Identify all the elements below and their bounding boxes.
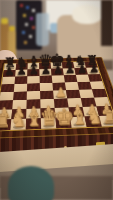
piece-black-pawn-a7[interactable]: ♟ xyxy=(4,65,15,77)
square-h5[interactable] xyxy=(90,81,105,89)
piece-white-pawn-e4[interactable]: ♟ xyxy=(55,86,67,99)
square-d7[interactable]: ♟ xyxy=(39,69,51,76)
square-h7[interactable]: ♟ xyxy=(86,68,100,75)
piece-white-knight-g1[interactable]: ♞ xyxy=(86,109,102,127)
piece-black-pawn-g7[interactable]: ♟ xyxy=(77,63,87,74)
piece-black-pawn-b7[interactable]: ♟ xyxy=(16,65,26,77)
piece-black-pawn-e7[interactable]: ♟ xyxy=(52,64,62,75)
square-g7[interactable]: ♟ xyxy=(74,68,87,75)
square-a7[interactable]: ♟ xyxy=(3,70,16,77)
piece-white-bishop-f1[interactable]: ♝ xyxy=(70,108,87,127)
chess-board: ♜♞♝♛♚♝♞♜♟♟♟♟♟♟♟♟♟♟♟♟♟♟♟♟♜♞♝♛♚♝♞♜ xyxy=(0,57,113,137)
photo-chess-scene: ♜♞♝♛♚♝♞♜♟♟♟♟♟♟♟♟♟♟♟♟♟♟♟♟♜♞♝♛♚♝♞♜ xyxy=(0,0,113,200)
square-f7[interactable]: ♟ xyxy=(63,68,76,75)
square-a4[interactable] xyxy=(0,92,14,101)
square-e4[interactable]: ♟ xyxy=(53,90,67,99)
square-c4[interactable] xyxy=(27,91,41,100)
board-grid: ♜♞♝♛♚♝♞♜♟♟♟♟♟♟♟♟♟♟♟♟♟♟♟♟♜♞♝♛♚♝♞♜ xyxy=(0,61,113,130)
square-d4[interactable] xyxy=(40,91,54,100)
square-e7[interactable]: ♟ xyxy=(51,69,64,76)
square-g1[interactable]: ♞ xyxy=(85,116,102,127)
square-c5[interactable] xyxy=(27,83,40,91)
piece-white-rook-a1[interactable]: ♜ xyxy=(0,112,11,130)
square-f1[interactable]: ♝ xyxy=(70,117,87,128)
piece-black-pawn-f7[interactable]: ♟ xyxy=(64,64,74,75)
teal-chair xyxy=(8,166,54,200)
square-e1[interactable]: ♚ xyxy=(55,117,71,128)
square-b1[interactable]: ♞ xyxy=(10,119,26,130)
piece-black-pawn-d7[interactable]: ♟ xyxy=(40,64,50,76)
piece-black-pawn-c7[interactable]: ♟ xyxy=(28,65,38,77)
square-h1[interactable]: ♜ xyxy=(99,116,113,127)
piece-white-rook-h1[interactable]: ♜ xyxy=(101,108,113,126)
board-frame: ♜♞♝♛♚♝♞♜♟♟♟♟♟♟♟♟♟♟♟♟♟♟♟♟♜♞♝♛♚♝♞♜ xyxy=(0,57,113,139)
piece-black-pawn-h7[interactable]: ♟ xyxy=(89,63,99,74)
square-b4[interactable] xyxy=(13,91,27,100)
square-b7[interactable]: ♟ xyxy=(15,70,27,77)
piece-white-knight-b1[interactable]: ♞ xyxy=(10,112,27,130)
square-d5[interactable] xyxy=(40,83,53,91)
square-c7[interactable]: ♟ xyxy=(27,69,39,76)
